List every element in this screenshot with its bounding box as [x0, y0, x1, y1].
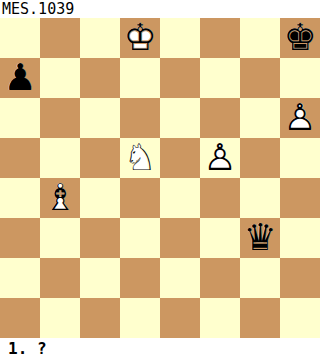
square-b6[interactable] [40, 98, 80, 138]
square-c4[interactable] [80, 178, 120, 218]
piece-glyph-layer: ♙ [280, 98, 320, 138]
move-prompt: 1. ? [0, 338, 320, 360]
square-c5[interactable] [80, 138, 120, 178]
square-c6[interactable] [80, 98, 120, 138]
square-e8[interactable] [160, 18, 200, 58]
square-c2[interactable] [80, 258, 120, 298]
white-pawn-piece: ♟♙ [280, 98, 320, 138]
piece-glyph-layer: ♔ [120, 18, 160, 58]
puzzle-id-label: MES.1039 [0, 0, 320, 18]
square-c8[interactable] [80, 18, 120, 58]
square-h6[interactable]: ♟♙ [280, 98, 320, 138]
square-f5[interactable]: ♟♙ [200, 138, 240, 178]
square-e2[interactable] [160, 258, 200, 298]
square-d8[interactable]: ♚♔ [120, 18, 160, 58]
square-e6[interactable] [160, 98, 200, 138]
square-b7[interactable] [40, 58, 80, 98]
square-a1[interactable] [0, 298, 40, 338]
square-f3[interactable] [200, 218, 240, 258]
black-queen-piece: ♕♛ [240, 218, 280, 258]
square-d5[interactable]: ♞♘ [120, 138, 160, 178]
square-b3[interactable] [40, 218, 80, 258]
square-g1[interactable] [240, 298, 280, 338]
square-h1[interactable] [280, 298, 320, 338]
square-f1[interactable] [200, 298, 240, 338]
white-pawn-piece: ♟♙ [200, 138, 240, 178]
square-c1[interactable] [80, 298, 120, 338]
square-d1[interactable] [120, 298, 160, 338]
square-g4[interactable] [240, 178, 280, 218]
square-a4[interactable] [0, 178, 40, 218]
square-c3[interactable] [80, 218, 120, 258]
square-e4[interactable] [160, 178, 200, 218]
chess-board: ♚♔♔♚♙♟♟♙♞♘♟♙♝♗♕♛ [0, 18, 320, 338]
black-king-piece: ♔♚ [280, 18, 320, 58]
square-c7[interactable] [80, 58, 120, 98]
square-a8[interactable] [0, 18, 40, 58]
piece-glyph-layer: ♟ [200, 138, 240, 178]
square-g8[interactable] [240, 18, 280, 58]
white-bishop-piece: ♝♗ [40, 178, 80, 218]
square-h3[interactable] [280, 218, 320, 258]
black-pawn-piece: ♙♟ [0, 58, 40, 98]
square-h4[interactable] [280, 178, 320, 218]
piece-glyph-layer: ♗ [40, 178, 80, 218]
piece-glyph-layer: ♚ [280, 18, 320, 58]
piece-glyph-layer: ♝ [40, 178, 80, 218]
piece-glyph-layer: ♘ [120, 138, 160, 178]
piece-glyph-layer: ♔ [280, 18, 320, 58]
square-h8[interactable]: ♔♚ [280, 18, 320, 58]
square-h2[interactable] [280, 258, 320, 298]
piece-glyph-layer: ♛ [240, 218, 280, 258]
square-g2[interactable] [240, 258, 280, 298]
square-d7[interactable] [120, 58, 160, 98]
square-f2[interactable] [200, 258, 240, 298]
white-king-piece: ♚♔ [120, 18, 160, 58]
square-a5[interactable] [0, 138, 40, 178]
square-a6[interactable] [0, 98, 40, 138]
square-g5[interactable] [240, 138, 280, 178]
square-f8[interactable] [200, 18, 240, 58]
square-g6[interactable] [240, 98, 280, 138]
piece-glyph-layer: ♕ [240, 218, 280, 258]
square-g3[interactable]: ♕♛ [240, 218, 280, 258]
piece-glyph-layer: ♟ [0, 58, 40, 98]
square-d6[interactable] [120, 98, 160, 138]
piece-glyph-layer: ♙ [200, 138, 240, 178]
square-a3[interactable] [0, 218, 40, 258]
square-b4[interactable]: ♝♗ [40, 178, 80, 218]
square-f6[interactable] [200, 98, 240, 138]
square-e7[interactable] [160, 58, 200, 98]
square-a7[interactable]: ♙♟ [0, 58, 40, 98]
square-e5[interactable] [160, 138, 200, 178]
square-g7[interactable] [240, 58, 280, 98]
square-f7[interactable] [200, 58, 240, 98]
square-d2[interactable] [120, 258, 160, 298]
square-h7[interactable] [280, 58, 320, 98]
square-d4[interactable] [120, 178, 160, 218]
piece-glyph-layer: ♞ [120, 138, 160, 178]
square-e3[interactable] [160, 218, 200, 258]
piece-glyph-layer: ♟ [280, 98, 320, 138]
white-knight-piece: ♞♘ [120, 138, 160, 178]
square-d3[interactable] [120, 218, 160, 258]
piece-glyph-layer: ♚ [120, 18, 160, 58]
square-b5[interactable] [40, 138, 80, 178]
square-h5[interactable] [280, 138, 320, 178]
square-b2[interactable] [40, 258, 80, 298]
square-b1[interactable] [40, 298, 80, 338]
square-f4[interactable] [200, 178, 240, 218]
chess-puzzle-page: MES.1039 ♚♔♔♚♙♟♟♙♞♘♟♙♝♗♕♛ 1. ? [0, 0, 320, 360]
square-b8[interactable] [40, 18, 80, 58]
piece-glyph-layer: ♙ [0, 58, 40, 98]
square-a2[interactable] [0, 258, 40, 298]
square-e1[interactable] [160, 298, 200, 338]
